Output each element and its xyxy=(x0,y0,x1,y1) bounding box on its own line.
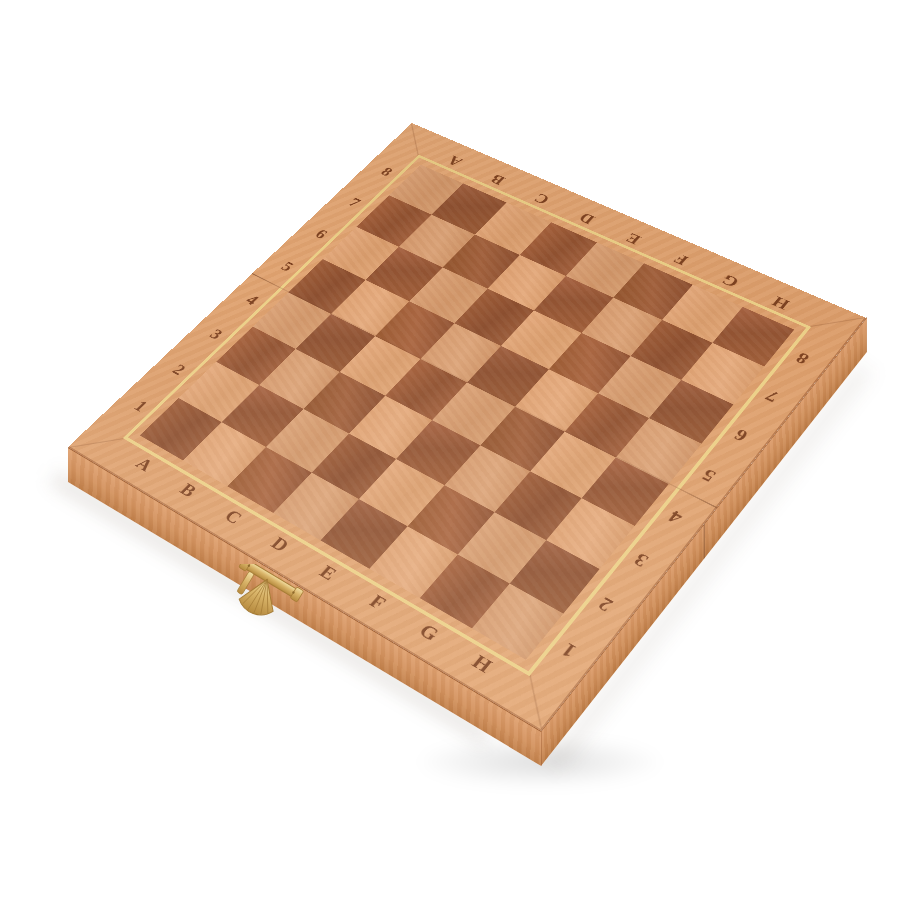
file-label-near-b: B xyxy=(175,479,201,501)
rank-label-left-1: 1 xyxy=(130,397,152,415)
frame-miter-joint xyxy=(809,317,864,327)
file-label-far-h: H xyxy=(768,293,793,313)
file-label-near-f: F xyxy=(365,590,391,614)
shell-clasp[interactable] xyxy=(232,564,316,636)
rank-label-right-3: 3 xyxy=(630,549,653,571)
frame-miter-joint xyxy=(529,674,542,729)
rank-label-left-7: 7 xyxy=(345,195,365,210)
fold-seam-side xyxy=(704,524,705,560)
file-label-near-a: A xyxy=(131,454,157,475)
rank-label-left-6: 6 xyxy=(311,226,331,242)
rank-label-right-4: 4 xyxy=(664,506,687,527)
file-label-near-c: C xyxy=(220,506,247,529)
file-label-near-e: E xyxy=(315,561,342,584)
rank-label-right-7: 7 xyxy=(762,387,783,406)
file-label-far-g: G xyxy=(718,271,743,290)
rank-label-left-8: 8 xyxy=(377,164,396,179)
file-label-near-h: H xyxy=(467,650,496,677)
rank-label-left-3: 3 xyxy=(205,326,226,343)
frame-miter-joint xyxy=(70,438,125,448)
file-label-near-g: G xyxy=(415,620,444,646)
file-label-near-d: D xyxy=(266,533,293,556)
file-label-far-b: B xyxy=(487,171,509,187)
rank-label-right-8: 8 xyxy=(792,349,813,368)
file-label-far-d: D xyxy=(575,210,598,228)
scene: ABCDEFGHABCDEFGH8765432187654321 xyxy=(0,0,911,911)
file-label-far-a: A xyxy=(444,153,466,169)
rank-label-right-2: 2 xyxy=(594,593,618,616)
file-label-far-e: E xyxy=(622,230,644,248)
rank-label-left-5: 5 xyxy=(277,258,298,274)
file-label-far-c: C xyxy=(530,190,553,207)
chessboard: ABCDEFGHABCDEFGH8765432187654321 xyxy=(68,123,866,731)
rank-label-right-6: 6 xyxy=(730,425,752,445)
frame-miter-joint xyxy=(411,124,419,156)
rank-label-right-5: 5 xyxy=(698,465,720,486)
rank-label-left-2: 2 xyxy=(168,361,190,379)
file-label-far-f: F xyxy=(670,251,692,269)
rank-label-right-1: 1 xyxy=(557,639,581,663)
rank-label-left-4: 4 xyxy=(242,292,263,309)
